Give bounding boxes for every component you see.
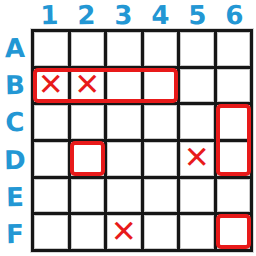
row-label-F: F	[0, 215, 30, 253]
cell-D2[interactable]	[71, 142, 105, 176]
cell-D3[interactable]	[107, 142, 141, 176]
row-label-B: B	[0, 66, 30, 104]
cell-B1[interactable]: ✕	[34, 69, 68, 103]
cell-E4[interactable]	[144, 179, 178, 213]
battleship-puzzle: 123456 ABCDEF ✕✕✕✕	[0, 0, 256, 256]
cell-C1[interactable]	[34, 105, 68, 139]
cell-B6[interactable]	[217, 69, 251, 103]
cell-A4[interactable]	[144, 32, 178, 66]
cell-C2[interactable]	[71, 105, 105, 139]
cell-C3[interactable]	[107, 105, 141, 139]
cell-C5[interactable]	[180, 105, 214, 139]
cell-D5[interactable]: ✕	[180, 142, 214, 176]
column-label-6: 6	[216, 0, 254, 29]
row-label-C: C	[0, 103, 30, 141]
x-mark: ✕	[111, 216, 137, 247]
row-label-A: A	[0, 29, 30, 67]
cell-A1[interactable]	[34, 32, 68, 66]
cell-C4[interactable]	[144, 105, 178, 139]
row-label-E: E	[0, 177, 30, 215]
cell-F1[interactable]	[34, 215, 68, 249]
x-mark: ✕	[184, 142, 210, 173]
column-label-2: 2	[68, 0, 106, 29]
cell-A5[interactable]	[180, 32, 214, 66]
cell-F5[interactable]	[180, 215, 214, 249]
cell-C6[interactable]	[217, 105, 251, 139]
column-label-4: 4	[142, 0, 180, 29]
column-label-3: 3	[105, 0, 143, 29]
cell-F4[interactable]	[144, 215, 178, 249]
row-headers: ABCDEF	[0, 29, 30, 252]
x-mark: ✕	[38, 69, 64, 100]
column-label-1: 1	[31, 0, 69, 29]
cell-A3[interactable]	[107, 32, 141, 66]
cell-A6[interactable]	[217, 32, 251, 66]
cell-F6[interactable]	[217, 215, 251, 249]
cell-B4[interactable]	[144, 69, 178, 103]
cell-F3[interactable]: ✕	[107, 215, 141, 249]
cell-E1[interactable]	[34, 179, 68, 213]
column-headers: 123456	[31, 0, 253, 29]
cell-E3[interactable]	[107, 179, 141, 213]
column-label-5: 5	[179, 0, 217, 29]
cell-A2[interactable]	[71, 32, 105, 66]
cell-E6[interactable]	[217, 179, 251, 213]
cell-D1[interactable]	[34, 142, 68, 176]
cell-E2[interactable]	[71, 179, 105, 213]
cell-D4[interactable]	[144, 142, 178, 176]
x-mark: ✕	[74, 69, 100, 100]
row-label-D: D	[0, 140, 30, 178]
cell-E5[interactable]	[180, 179, 214, 213]
puzzle-grid: ✕✕✕✕	[31, 29, 253, 252]
cell-B5[interactable]	[180, 69, 214, 103]
cell-B2[interactable]: ✕	[71, 69, 105, 103]
cell-B3[interactable]	[107, 69, 141, 103]
cell-D6[interactable]	[217, 142, 251, 176]
cell-F2[interactable]	[71, 215, 105, 249]
